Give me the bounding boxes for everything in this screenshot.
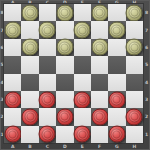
- rank-label-4-right: 4: [143, 74, 150, 91]
- square-a7[interactable]: [4, 21, 21, 38]
- square-a3[interactable]: [4, 91, 21, 108]
- square-c5[interactable]: [39, 56, 56, 73]
- checker-ring-inner: [78, 26, 86, 34]
- checker-red-a3[interactable]: [4, 91, 21, 108]
- square-h1: [126, 126, 143, 143]
- square-a1[interactable]: [4, 126, 21, 143]
- checker-green-h6[interactable]: [126, 39, 143, 56]
- checker-ring-outer: [76, 24, 88, 36]
- checker-ring-inner: [61, 43, 69, 51]
- checker-ring-inner: [26, 43, 34, 51]
- square-a4: [4, 74, 21, 91]
- square-e7[interactable]: [74, 21, 91, 38]
- checker-ring-inner: [130, 43, 138, 51]
- checker-ring-outer: [111, 94, 123, 106]
- file-label-g-bottom: G: [108, 143, 125, 150]
- square-d1: [56, 126, 73, 143]
- square-f5: [91, 56, 108, 73]
- file-label-b-bottom: B: [21, 143, 38, 150]
- checker-red-g1[interactable]: [108, 126, 125, 143]
- rank-label-2-right: 2: [143, 108, 150, 125]
- checker-red-e1[interactable]: [74, 126, 91, 143]
- checker-ring-outer: [41, 24, 53, 36]
- square-b4[interactable]: [21, 74, 38, 91]
- square-g1[interactable]: [108, 126, 125, 143]
- checkers-app: ABCDEFGH ABCDEFGH 87654321 87654321: [0, 0, 150, 150]
- square-b1: [21, 126, 38, 143]
- square-d2[interactable]: [56, 108, 73, 125]
- rank-label-1-right: 1: [143, 126, 150, 143]
- checker-green-f6[interactable]: [91, 39, 108, 56]
- checker-ring-outer: [111, 24, 123, 36]
- rank-label-5-right: 5: [143, 56, 150, 73]
- square-g8: [108, 4, 125, 21]
- file-label-e-bottom: E: [74, 143, 91, 150]
- file-label-c-bottom: C: [39, 143, 56, 150]
- square-a6: [4, 39, 21, 56]
- checker-ring-outer: [94, 41, 106, 53]
- checker-ring-inner: [43, 96, 51, 104]
- checker-ring-inner: [113, 26, 121, 34]
- checker-ring-inner: [43, 130, 51, 138]
- checker-red-h2[interactable]: [126, 108, 143, 125]
- checker-green-c7[interactable]: [39, 22, 56, 39]
- square-h3: [126, 91, 143, 108]
- square-c1[interactable]: [39, 126, 56, 143]
- square-f6[interactable]: [91, 39, 108, 56]
- checker-red-g3[interactable]: [108, 91, 125, 108]
- square-b7: [21, 21, 38, 38]
- checker-ring-outer: [7, 94, 19, 106]
- checker-green-a7[interactable]: [4, 22, 21, 39]
- checker-ring-outer: [76, 94, 88, 106]
- checker-ring-outer: [128, 41, 140, 53]
- checker-red-c3[interactable]: [39, 91, 56, 108]
- checker-red-c1[interactable]: [39, 126, 56, 143]
- checker-ring-outer: [94, 7, 106, 19]
- square-b6[interactable]: [21, 39, 38, 56]
- square-e1[interactable]: [74, 126, 91, 143]
- checker-green-b8[interactable]: [22, 4, 39, 21]
- checker-ring-inner: [78, 130, 86, 138]
- square-f4[interactable]: [91, 74, 108, 91]
- square-e5[interactable]: [74, 56, 91, 73]
- square-a8: [4, 4, 21, 21]
- checker-green-d6[interactable]: [56, 39, 73, 56]
- square-d3: [56, 91, 73, 108]
- square-b5: [21, 56, 38, 73]
- checker-ring-inner: [96, 113, 104, 121]
- square-c3[interactable]: [39, 91, 56, 108]
- square-f3: [91, 91, 108, 108]
- checker-ring-outer: [59, 111, 71, 123]
- checker-ring-inner: [96, 9, 104, 17]
- square-a2: [4, 108, 21, 125]
- checker-ring-inner: [130, 9, 138, 17]
- square-b2[interactable]: [21, 108, 38, 125]
- checker-green-f8[interactable]: [91, 4, 108, 21]
- square-h4[interactable]: [126, 74, 143, 91]
- square-d7: [56, 21, 73, 38]
- checker-green-e7[interactable]: [74, 22, 91, 39]
- board-frame: ABCDEFGH ABCDEFGH 87654321 87654321: [0, 0, 150, 150]
- square-e2: [74, 108, 91, 125]
- checker-green-d8[interactable]: [56, 4, 73, 21]
- square-d4[interactable]: [56, 74, 73, 91]
- checker-ring-outer: [94, 111, 106, 123]
- square-h7: [126, 21, 143, 38]
- checker-ring-inner: [26, 113, 34, 121]
- checker-ring-outer: [111, 128, 123, 140]
- checker-green-b6[interactable]: [22, 39, 39, 56]
- checker-ring-inner: [61, 113, 69, 121]
- rank-label-3-right: 3: [143, 91, 150, 108]
- square-g2: [108, 108, 125, 125]
- square-g3[interactable]: [108, 91, 125, 108]
- square-f8[interactable]: [91, 4, 108, 21]
- square-g5[interactable]: [108, 56, 125, 73]
- square-f1: [91, 126, 108, 143]
- checker-green-h8[interactable]: [126, 4, 143, 21]
- checker-ring-inner: [78, 96, 86, 104]
- checker-ring-outer: [7, 24, 19, 36]
- checker-ring-outer: [41, 128, 53, 140]
- rank-label-7-right: 7: [143, 21, 150, 38]
- rank-label-6-right: 6: [143, 39, 150, 56]
- checker-ring-inner: [9, 96, 17, 104]
- checker-ring-outer: [128, 111, 140, 123]
- rank-labels-right: 87654321: [143, 4, 150, 143]
- file-labels-bottom: ABCDEFGH: [4, 143, 143, 150]
- checker-ring-inner: [96, 43, 104, 51]
- square-e8: [74, 4, 91, 21]
- checker-ring-inner: [113, 130, 121, 138]
- square-e3[interactable]: [74, 91, 91, 108]
- checker-ring-outer: [59, 41, 71, 53]
- square-c4: [39, 74, 56, 91]
- square-d6[interactable]: [56, 39, 73, 56]
- checker-ring-outer: [41, 94, 53, 106]
- checker-red-e3[interactable]: [74, 91, 91, 108]
- square-b3: [21, 91, 38, 108]
- checker-ring-inner: [9, 130, 17, 138]
- checker-ring-outer: [24, 111, 36, 123]
- checkers-board: [4, 4, 143, 143]
- checker-ring-inner: [113, 96, 121, 104]
- checker-red-b2[interactable]: [22, 108, 39, 125]
- checker-ring-inner: [43, 26, 51, 34]
- square-f7: [91, 21, 108, 38]
- checker-ring-outer: [7, 128, 19, 140]
- square-c7[interactable]: [39, 21, 56, 38]
- square-b8[interactable]: [21, 4, 38, 21]
- square-c2: [39, 108, 56, 125]
- square-g6: [108, 39, 125, 56]
- checker-ring-outer: [24, 7, 36, 19]
- file-label-f-bottom: F: [91, 143, 108, 150]
- checker-ring-outer: [24, 41, 36, 53]
- square-c8: [39, 4, 56, 21]
- square-g4: [108, 74, 125, 91]
- checker-red-d2[interactable]: [56, 108, 73, 125]
- checker-ring-outer: [128, 7, 140, 19]
- square-e6: [74, 39, 91, 56]
- checker-ring-inner: [9, 26, 17, 34]
- square-h5: [126, 56, 143, 73]
- checker-ring-inner: [26, 9, 34, 17]
- rank-label-8-right: 8: [143, 4, 150, 21]
- square-d8[interactable]: [56, 4, 73, 21]
- checker-green-g7[interactable]: [108, 22, 125, 39]
- square-e4: [74, 74, 91, 91]
- file-label-a-bottom: A: [4, 143, 21, 150]
- square-h2[interactable]: [126, 108, 143, 125]
- checker-ring-inner: [130, 113, 138, 121]
- square-d5: [56, 56, 73, 73]
- square-a5[interactable]: [4, 56, 21, 73]
- checker-ring-outer: [76, 128, 88, 140]
- checker-red-f2[interactable]: [91, 108, 108, 125]
- file-label-h-bottom: H: [126, 143, 143, 150]
- file-label-d-bottom: D: [56, 143, 73, 150]
- square-f2[interactable]: [91, 108, 108, 125]
- square-c6: [39, 39, 56, 56]
- square-h6[interactable]: [126, 39, 143, 56]
- checker-ring-inner: [61, 9, 69, 17]
- checker-ring-outer: [59, 7, 71, 19]
- square-h8[interactable]: [126, 4, 143, 21]
- square-g7[interactable]: [108, 21, 125, 38]
- checker-red-a1[interactable]: [4, 126, 21, 143]
